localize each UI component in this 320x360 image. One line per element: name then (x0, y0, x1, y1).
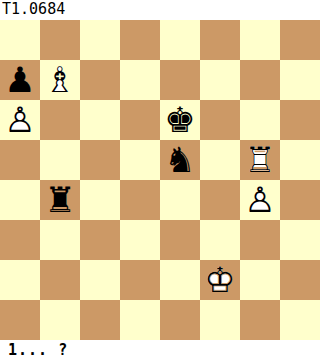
square-e1[interactable] (160, 300, 200, 340)
square-f8[interactable] (200, 20, 240, 60)
black-king: ♚ (160, 100, 200, 140)
square-b1[interactable] (40, 300, 80, 340)
square-a4[interactable] (0, 180, 40, 220)
square-h1[interactable] (280, 300, 320, 340)
square-f6[interactable] (200, 100, 240, 140)
square-c6[interactable] (80, 100, 120, 140)
square-c7[interactable] (80, 60, 120, 100)
square-a7[interactable]: ♟ (0, 60, 40, 100)
square-g8[interactable] (240, 20, 280, 60)
chess-puzzle-app: T1.0684 ♟♝♗♟♙♚♞♜♖♜♟♙♚♔ 1... ? (0, 0, 320, 360)
square-d2[interactable] (120, 260, 160, 300)
square-e8[interactable] (160, 20, 200, 60)
square-c8[interactable] (80, 20, 120, 60)
square-d1[interactable] (120, 300, 160, 340)
square-d7[interactable] (120, 60, 160, 100)
square-b8[interactable] (40, 20, 80, 60)
white-rook: ♖ (240, 140, 280, 180)
square-a1[interactable] (0, 300, 40, 340)
move-prompt: 1... ? (0, 340, 320, 360)
square-b4[interactable]: ♜ (40, 180, 80, 220)
square-e3[interactable] (160, 220, 200, 260)
square-a2[interactable] (0, 260, 40, 300)
square-b6[interactable] (40, 100, 80, 140)
black-knight: ♞ (160, 140, 200, 180)
square-g5[interactable]: ♜♖ (240, 140, 280, 180)
square-f5[interactable] (200, 140, 240, 180)
square-h5[interactable] (280, 140, 320, 180)
square-d3[interactable] (120, 220, 160, 260)
square-a3[interactable] (0, 220, 40, 260)
puzzle-title: T1.0684 (0, 0, 320, 20)
square-a6[interactable]: ♟♙ (0, 100, 40, 140)
square-g4[interactable]: ♟♙ (240, 180, 280, 220)
square-c3[interactable] (80, 220, 120, 260)
square-e5[interactable]: ♞ (160, 140, 200, 180)
square-g2[interactable] (240, 260, 280, 300)
square-f7[interactable] (200, 60, 240, 100)
square-c1[interactable] (80, 300, 120, 340)
square-h6[interactable] (280, 100, 320, 140)
square-d8[interactable] (120, 20, 160, 60)
square-b7[interactable]: ♝♗ (40, 60, 80, 100)
white-king: ♔ (200, 260, 240, 300)
square-g7[interactable] (240, 60, 280, 100)
square-e7[interactable] (160, 60, 200, 100)
square-a5[interactable] (0, 140, 40, 180)
square-d6[interactable] (120, 100, 160, 140)
square-f3[interactable] (200, 220, 240, 260)
square-g3[interactable] (240, 220, 280, 260)
square-h7[interactable] (280, 60, 320, 100)
square-e6[interactable]: ♚ (160, 100, 200, 140)
white-pawn: ♙ (240, 180, 280, 220)
square-h2[interactable] (280, 260, 320, 300)
square-e2[interactable] (160, 260, 200, 300)
square-c2[interactable] (80, 260, 120, 300)
square-d5[interactable] (120, 140, 160, 180)
square-d4[interactable] (120, 180, 160, 220)
black-rook: ♜ (40, 180, 80, 220)
chess-board: ♟♝♗♟♙♚♞♜♖♜♟♙♚♔ (0, 20, 320, 340)
square-f4[interactable] (200, 180, 240, 220)
square-b3[interactable] (40, 220, 80, 260)
square-a8[interactable] (0, 20, 40, 60)
square-e4[interactable] (160, 180, 200, 220)
square-b2[interactable] (40, 260, 80, 300)
square-h3[interactable] (280, 220, 320, 260)
square-b5[interactable] (40, 140, 80, 180)
white-pawn: ♙ (0, 100, 40, 140)
square-g6[interactable] (240, 100, 280, 140)
square-h8[interactable] (280, 20, 320, 60)
white-bishop: ♗ (40, 60, 80, 100)
square-f1[interactable] (200, 300, 240, 340)
black-pawn: ♟ (0, 60, 40, 100)
square-c4[interactable] (80, 180, 120, 220)
square-h4[interactable] (280, 180, 320, 220)
square-c5[interactable] (80, 140, 120, 180)
square-f2[interactable]: ♚♔ (200, 260, 240, 300)
square-g1[interactable] (240, 300, 280, 340)
